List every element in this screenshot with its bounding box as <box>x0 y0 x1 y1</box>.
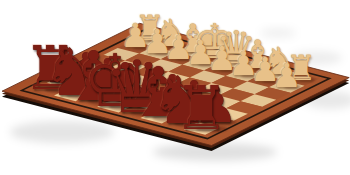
chess-board <box>0 0 350 175</box>
chess-set-photo: ♜♞♟♝♟♚♟♛♟♝♟♞♟♜♟♟♟♟♜♟♞♟♝♟♚♟♛♟♝♟♞♜ <box>0 0 350 175</box>
